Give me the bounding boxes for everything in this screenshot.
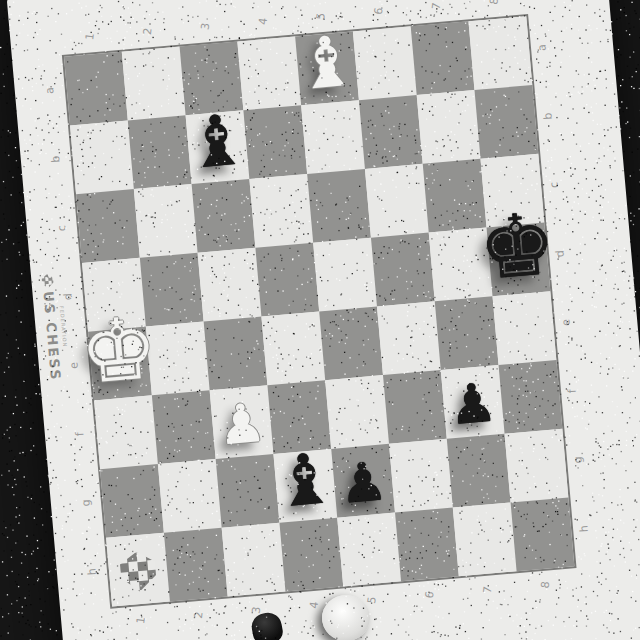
square-c3 [192, 179, 256, 253]
square-c7 [423, 159, 487, 233]
square-d2 [140, 253, 204, 327]
chessboard-photo: ♝♝♚♚♟♟♝♟ US CHESS FEDERATION 11223344556… [0, 0, 640, 640]
square-g7 [447, 434, 511, 508]
file-label-left-h: h [57, 559, 127, 585]
square-c5 [307, 169, 371, 243]
square-d3 [198, 248, 262, 322]
square-c4 [249, 174, 313, 248]
square-b2 [128, 115, 192, 189]
square-g2 [158, 459, 222, 533]
vinyl-chess-mat: ♝♝♚♚♟♟♝♟ US CHESS FEDERATION 11223344556… [7, 0, 640, 640]
square-f3 [210, 385, 274, 459]
us-chess-crest-icon [40, 274, 54, 289]
square-b6 [359, 95, 423, 169]
file-label-right-e: e [531, 310, 601, 336]
file-label-left-g: g [51, 490, 121, 516]
square-g4 [273, 449, 337, 523]
square-g5 [331, 444, 395, 518]
file-label-left-a: a [15, 78, 85, 104]
captured-white-piece [322, 595, 370, 640]
square-e2 [146, 322, 210, 396]
square-c2 [134, 184, 198, 258]
square-b3 [186, 110, 250, 184]
us-chess-branding: US CHESS FEDERATION [35, 231, 83, 423]
square-d4 [255, 243, 319, 317]
chess-board: ♝♝♚♚♟♟♝♟ [62, 14, 577, 609]
file-label-left-b: b [21, 147, 91, 173]
square-e5 [319, 306, 383, 380]
square-e4 [261, 311, 325, 385]
square-c6 [365, 164, 429, 238]
file-label-right-f: f [537, 378, 607, 404]
file-label-right-c: c [519, 172, 589, 198]
file-label-right-h: h [549, 516, 619, 542]
file-label-right-a: a [507, 35, 577, 61]
square-b7 [417, 90, 481, 164]
square-e6 [377, 301, 441, 375]
square-g3 [216, 454, 280, 528]
file-label-right-b: b [513, 103, 583, 129]
file-label-right-g: g [543, 447, 613, 473]
square-f6 [383, 370, 447, 444]
file-label-left-f: f [45, 421, 115, 447]
square-f2 [152, 390, 216, 464]
square-b4 [243, 105, 307, 179]
square-e7 [435, 296, 499, 370]
square-f4 [267, 380, 331, 454]
square-f7 [441, 365, 505, 439]
square-b5 [301, 100, 365, 174]
square-d7 [429, 228, 493, 302]
square-f5 [325, 375, 389, 449]
square-d5 [313, 238, 377, 312]
square-e3 [204, 316, 268, 390]
file-label-right-d: d [525, 241, 595, 267]
square-g6 [389, 439, 453, 513]
square-d6 [371, 233, 435, 307]
